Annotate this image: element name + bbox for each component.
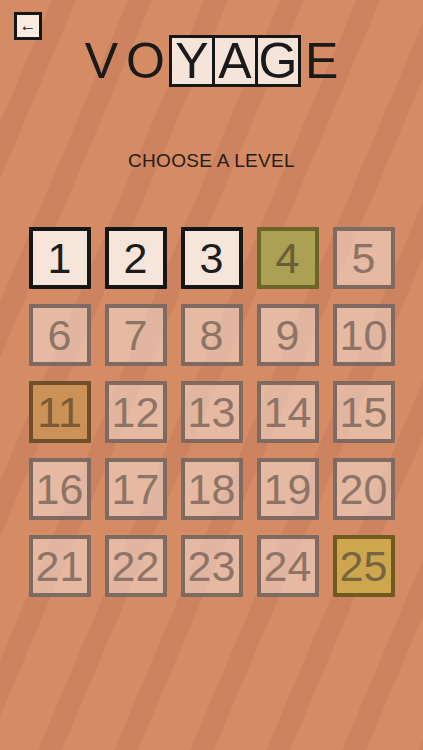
level-grid: 1234567891011121314151617181920212223242… xyxy=(29,227,395,597)
level-cell-20[interactable]: 20 xyxy=(333,458,395,520)
level-cell-14[interactable]: 14 xyxy=(257,381,319,443)
level-cell-23[interactable]: 23 xyxy=(181,535,243,597)
level-cell-7[interactable]: 7 xyxy=(105,304,167,366)
level-cell-16[interactable]: 16 xyxy=(29,458,91,520)
level-cell-8[interactable]: 8 xyxy=(181,304,243,366)
level-cell-10[interactable]: 10 xyxy=(333,304,395,366)
level-cell-21[interactable]: 21 xyxy=(29,535,91,597)
level-select-screen: ← VOYAGE CHOOSE A LEVEL 1234567891011121… xyxy=(0,0,423,750)
level-cell-13[interactable]: 13 xyxy=(181,381,243,443)
level-cell-5[interactable]: 5 xyxy=(333,227,395,289)
level-cell-9[interactable]: 9 xyxy=(257,304,319,366)
level-cell-3[interactable]: 3 xyxy=(181,227,243,289)
level-cell-15[interactable]: 15 xyxy=(333,381,395,443)
app-title: VOYAGE xyxy=(0,35,423,87)
level-cell-18[interactable]: 18 xyxy=(181,458,243,520)
level-cell-1[interactable]: 1 xyxy=(29,227,91,289)
title-boxed-letter-G: G xyxy=(255,35,301,87)
level-cell-19[interactable]: 19 xyxy=(257,458,319,520)
level-cell-17[interactable]: 17 xyxy=(105,458,167,520)
level-cell-11[interactable]: 11 xyxy=(29,381,91,443)
title-letter-E: E xyxy=(305,35,338,87)
choose-level-heading: CHOOSE A LEVEL xyxy=(0,150,423,172)
level-cell-4[interactable]: 4 xyxy=(257,227,319,289)
level-cell-25[interactable]: 25 xyxy=(333,535,395,597)
level-cell-6[interactable]: 6 xyxy=(29,304,91,366)
level-cell-22[interactable]: 22 xyxy=(105,535,167,597)
title-letter-O: O xyxy=(126,35,165,87)
title-letter-V: V xyxy=(85,35,118,87)
back-arrow-icon: ← xyxy=(20,17,37,34)
level-cell-12[interactable]: 12 xyxy=(105,381,167,443)
level-cell-24[interactable]: 24 xyxy=(257,535,319,597)
title-boxed-letter-A: A xyxy=(212,35,258,87)
title-boxed-letter-Y: Y xyxy=(169,35,215,87)
level-cell-2[interactable]: 2 xyxy=(105,227,167,289)
